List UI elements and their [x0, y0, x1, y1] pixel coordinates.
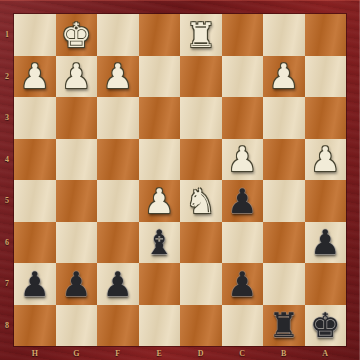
square-g1[interactable]: ♚	[56, 14, 98, 56]
rank-label-4: 4	[0, 139, 14, 181]
square-g2[interactable]: ♟	[56, 56, 98, 98]
white-king: ♚	[61, 18, 91, 52]
square-h3[interactable]	[14, 97, 56, 139]
square-d7[interactable]	[180, 263, 222, 305]
rank-labels: 12345678	[0, 14, 14, 346]
chessboard: ♚♜♟♟♟♟♟♟♟♞♟♝♟♟♟♟♟♜♚	[14, 14, 346, 346]
white-pawn: ♟	[61, 59, 91, 93]
square-a5[interactable]	[305, 180, 347, 222]
file-label-e: E	[139, 346, 181, 360]
square-b3[interactable]	[263, 97, 305, 139]
square-d6[interactable]	[180, 222, 222, 264]
square-a3[interactable]	[305, 97, 347, 139]
rank-label-6: 6	[0, 222, 14, 264]
square-c2[interactable]	[222, 56, 264, 98]
black-pawn: ♟	[61, 267, 91, 301]
square-a1[interactable]	[305, 14, 347, 56]
black-pawn: ♟	[310, 225, 340, 259]
black-king: ♚	[310, 308, 340, 342]
square-b7[interactable]	[263, 263, 305, 305]
square-e1[interactable]	[139, 14, 181, 56]
square-e2[interactable]	[139, 56, 181, 98]
square-c3[interactable]	[222, 97, 264, 139]
black-rook: ♜	[269, 308, 299, 342]
square-h7[interactable]: ♟	[14, 263, 56, 305]
file-label-h: H	[14, 346, 56, 360]
black-pawn: ♟	[103, 267, 133, 301]
white-knight: ♞	[186, 184, 216, 218]
square-e6[interactable]: ♝	[139, 222, 181, 264]
square-g7[interactable]: ♟	[56, 263, 98, 305]
square-c4[interactable]: ♟	[222, 139, 264, 181]
rank-label-5: 5	[0, 180, 14, 222]
black-bishop: ♝	[144, 225, 174, 259]
square-h8[interactable]	[14, 305, 56, 347]
square-f4[interactable]	[97, 139, 139, 181]
square-b1[interactable]	[263, 14, 305, 56]
white-pawn: ♟	[310, 142, 340, 176]
square-e5[interactable]: ♟	[139, 180, 181, 222]
square-a8[interactable]: ♚	[305, 305, 347, 347]
square-e4[interactable]	[139, 139, 181, 181]
file-label-g: G	[56, 346, 98, 360]
rank-label-1: 1	[0, 14, 14, 56]
square-b5[interactable]	[263, 180, 305, 222]
square-f1[interactable]	[97, 14, 139, 56]
square-a7[interactable]	[305, 263, 347, 305]
square-a6[interactable]: ♟	[305, 222, 347, 264]
square-h4[interactable]	[14, 139, 56, 181]
square-d3[interactable]	[180, 97, 222, 139]
white-pawn: ♟	[144, 184, 174, 218]
square-a4[interactable]: ♟	[305, 139, 347, 181]
square-h5[interactable]	[14, 180, 56, 222]
square-c6[interactable]	[222, 222, 264, 264]
file-label-c: C	[222, 346, 264, 360]
black-pawn: ♟	[227, 267, 257, 301]
square-a2[interactable]	[305, 56, 347, 98]
square-f5[interactable]	[97, 180, 139, 222]
black-pawn: ♟	[227, 184, 257, 218]
square-b6[interactable]	[263, 222, 305, 264]
square-f7[interactable]: ♟	[97, 263, 139, 305]
square-d2[interactable]	[180, 56, 222, 98]
square-e7[interactable]	[139, 263, 181, 305]
white-rook: ♜	[186, 18, 216, 52]
square-d4[interactable]	[180, 139, 222, 181]
square-c5[interactable]: ♟	[222, 180, 264, 222]
file-label-f: F	[97, 346, 139, 360]
white-pawn: ♟	[20, 59, 50, 93]
square-h6[interactable]	[14, 222, 56, 264]
square-b8[interactable]: ♜	[263, 305, 305, 347]
square-e3[interactable]	[139, 97, 181, 139]
square-c7[interactable]: ♟	[222, 263, 264, 305]
file-label-a: A	[305, 346, 347, 360]
rank-label-2: 2	[0, 56, 14, 98]
square-f8[interactable]	[97, 305, 139, 347]
white-pawn: ♟	[227, 142, 257, 176]
rank-label-3: 3	[0, 97, 14, 139]
square-f3[interactable]	[97, 97, 139, 139]
rank-label-7: 7	[0, 263, 14, 305]
square-f2[interactable]: ♟	[97, 56, 139, 98]
square-b2[interactable]: ♟	[263, 56, 305, 98]
rank-label-8: 8	[0, 305, 14, 347]
square-g3[interactable]	[56, 97, 98, 139]
square-d1[interactable]: ♜	[180, 14, 222, 56]
file-label-d: D	[180, 346, 222, 360]
square-g5[interactable]	[56, 180, 98, 222]
white-pawn: ♟	[103, 59, 133, 93]
file-label-b: B	[263, 346, 305, 360]
square-f6[interactable]	[97, 222, 139, 264]
file-labels: HGFEDCBA	[14, 346, 346, 360]
square-b4[interactable]	[263, 139, 305, 181]
white-pawn: ♟	[269, 59, 299, 93]
square-c1[interactable]	[222, 14, 264, 56]
square-e8[interactable]	[139, 305, 181, 347]
square-g4[interactable]	[56, 139, 98, 181]
square-g6[interactable]	[56, 222, 98, 264]
square-d5[interactable]: ♞	[180, 180, 222, 222]
square-g8[interactable]	[56, 305, 98, 347]
black-pawn: ♟	[20, 267, 50, 301]
chessboard-frame: 12345678 HGFEDCBA ♚♜♟♟♟♟♟♟♟♞♟♝♟♟♟♟♟♜♚	[0, 0, 360, 360]
square-h1[interactable]	[14, 14, 56, 56]
square-d8[interactable]	[180, 305, 222, 347]
square-c8[interactable]	[222, 305, 264, 347]
square-h2[interactable]: ♟	[14, 56, 56, 98]
